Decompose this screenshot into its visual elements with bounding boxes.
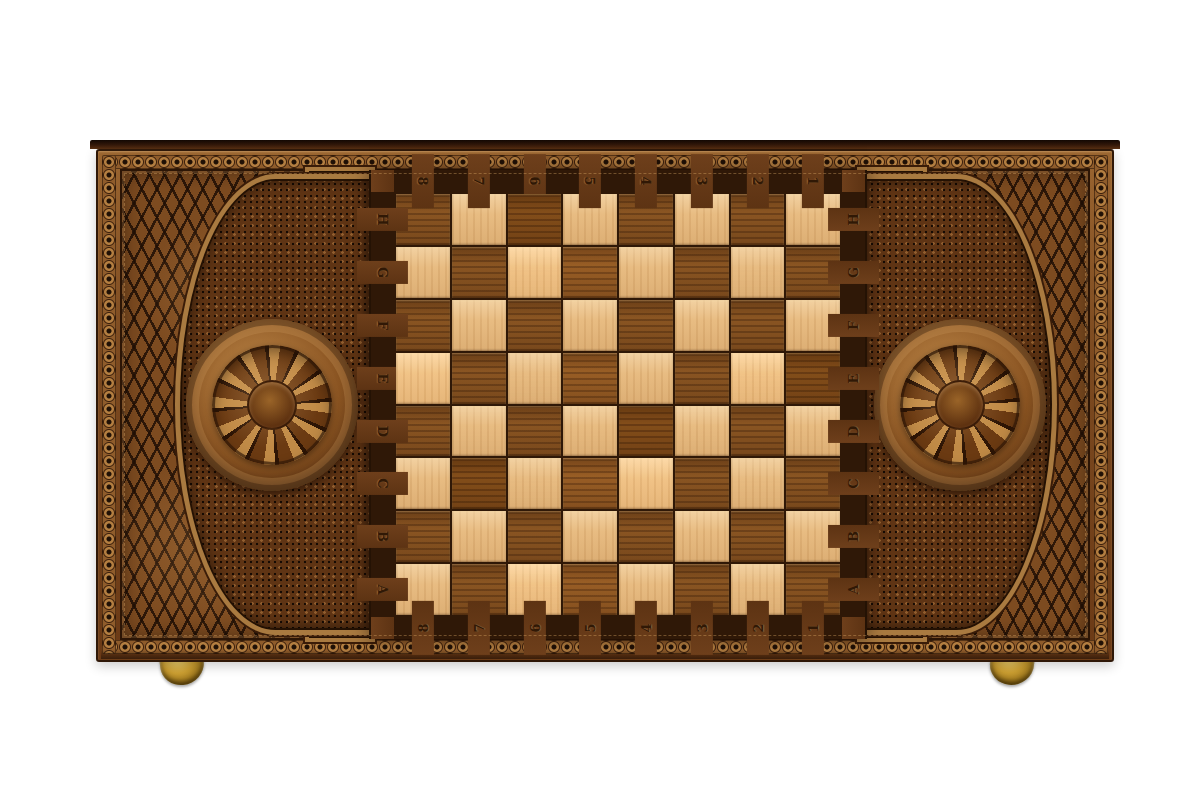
- coord-top-1: 1: [802, 154, 824, 208]
- coord-top-5: 5: [579, 154, 601, 208]
- left-rosette-dome: [186, 319, 358, 491]
- square-f4[interactable]: [619, 300, 673, 351]
- square-c7[interactable]: [452, 458, 506, 509]
- square-g6[interactable]: [508, 247, 562, 298]
- coordinate-corner: [842, 170, 865, 192]
- coordinate-corner: [842, 617, 865, 639]
- chessboard: 87654321HHGGFFEEDDCCBBAA87654321: [369, 170, 867, 639]
- coordinate-corner: [371, 617, 394, 639]
- coord-top-4: 4: [635, 154, 657, 208]
- rope-border-bottom: [105, 640, 1105, 654]
- square-d6[interactable]: [508, 406, 562, 457]
- square-g7[interactable]: [452, 247, 506, 298]
- square-e7[interactable]: [452, 353, 506, 404]
- coord-bottom-1: 1: [802, 601, 824, 655]
- square-f2[interactable]: [731, 300, 785, 351]
- coord-right-D: D: [828, 419, 879, 442]
- coord-left-C: C: [357, 472, 408, 495]
- coordinate-corner: [371, 170, 394, 192]
- right-rosette-medallion: [863, 181, 1050, 628]
- square-d5[interactable]: [563, 406, 617, 457]
- square-b4[interactable]: [619, 511, 673, 562]
- square-e5[interactable]: [563, 353, 617, 404]
- square-c4[interactable]: [619, 458, 673, 509]
- square-g4[interactable]: [619, 247, 673, 298]
- square-f6[interactable]: [508, 300, 562, 351]
- coord-bottom-2: 2: [746, 601, 768, 655]
- square-f5[interactable]: [563, 300, 617, 351]
- coord-bottom-4: 4: [635, 601, 657, 655]
- square-e4[interactable]: [619, 353, 673, 404]
- square-e8[interactable]: [396, 353, 450, 404]
- square-b5[interactable]: [563, 511, 617, 562]
- left-rosette-medallion: [182, 181, 369, 628]
- square-h6[interactable]: [508, 194, 562, 245]
- coord-top-3: 3: [691, 154, 713, 208]
- square-b7[interactable]: [452, 511, 506, 562]
- product-photo-stage: 87654321HHGGFFEEDDCCBBAA87654321: [0, 0, 1200, 800]
- chess-backgammon-case: 87654321HHGGFFEEDDCCBBAA87654321: [96, 140, 1114, 662]
- coord-bottom-5: 5: [579, 601, 601, 655]
- square-e3[interactable]: [675, 353, 729, 404]
- coord-left-G: G: [357, 261, 408, 284]
- square-g3[interactable]: [675, 247, 729, 298]
- square-d2[interactable]: [731, 406, 785, 457]
- carved-lattice-field: 87654321HHGGFFEEDDCCBBAA87654321: [120, 169, 1090, 640]
- coord-right-F: F: [828, 314, 879, 337]
- square-d7[interactable]: [452, 406, 506, 457]
- square-f3[interactable]: [675, 300, 729, 351]
- square-e2[interactable]: [731, 353, 785, 404]
- square-b6[interactable]: [508, 511, 562, 562]
- square-c6[interactable]: [508, 458, 562, 509]
- coord-right-C: C: [828, 472, 879, 495]
- coord-right-A: A: [828, 578, 879, 601]
- case-lid-edge: [90, 140, 1120, 149]
- coord-left-A: A: [357, 578, 408, 601]
- coord-bottom-7: 7: [468, 601, 490, 655]
- coord-left-B: B: [357, 525, 408, 548]
- right-rosette-dome: [874, 319, 1046, 491]
- rope-border-left: [102, 155, 116, 654]
- square-c5[interactable]: [563, 458, 617, 509]
- coord-right-E: E: [828, 367, 879, 390]
- coord-left-D: D: [357, 419, 408, 442]
- coord-left-H: H: [357, 208, 408, 231]
- coord-top-7: 7: [468, 154, 490, 208]
- square-f7[interactable]: [452, 300, 506, 351]
- square-c3[interactable]: [675, 458, 729, 509]
- left-rosette-core: [247, 380, 297, 430]
- square-g5[interactable]: [563, 247, 617, 298]
- rope-border-top: [105, 155, 1105, 169]
- coord-bottom-3: 3: [691, 601, 713, 655]
- right-rosette-core: [935, 380, 985, 430]
- coord-right-H: H: [828, 208, 879, 231]
- coord-bottom-8: 8: [412, 601, 434, 655]
- square-d3[interactable]: [675, 406, 729, 457]
- square-e6[interactable]: [508, 353, 562, 404]
- coord-left-F: F: [357, 314, 408, 337]
- square-c2[interactable]: [731, 458, 785, 509]
- square-b3[interactable]: [675, 511, 729, 562]
- rope-border-right: [1094, 155, 1108, 654]
- coord-right-B: B: [828, 525, 879, 548]
- coord-top-2: 2: [746, 154, 768, 208]
- coord-top-8: 8: [412, 154, 434, 208]
- coord-right-G: G: [828, 261, 879, 284]
- square-b2[interactable]: [731, 511, 785, 562]
- square-g2[interactable]: [731, 247, 785, 298]
- square-d4[interactable]: [619, 406, 673, 457]
- case-front-face: 87654321HHGGFFEEDDCCBBAA87654321: [96, 149, 1114, 662]
- coord-bottom-6: 6: [523, 601, 545, 655]
